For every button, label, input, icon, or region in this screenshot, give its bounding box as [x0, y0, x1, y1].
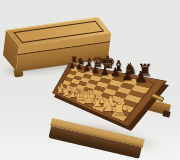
piece-black-pawn-d7[interactable]: ♟ [91, 65, 100, 75]
piece-black-pawn-h7[interactable]: ♟ [134, 70, 148, 85]
piece-white-rook-h1[interactable]: ♜ [111, 101, 127, 118]
piece-black-pawn-b7[interactable]: ♟ [75, 63, 82, 71]
lower-box-foot [162, 110, 170, 118]
piece-black-pawn-e7[interactable]: ♟ [100, 66, 109, 77]
piece-black-pawn-c7[interactable]: ♟ [83, 64, 91, 73]
piece-black-pawn-f7[interactable]: ♟ [110, 67, 121, 79]
scene: ♜♞♝♛♚♝♞♜♟♟♟♟♟♟♟♟♟♟♟♟♟♟♟♟♜♞♝♛♚♝♞♜ [0, 0, 180, 160]
piece-black-pawn-a7[interactable]: ♟ [69, 62, 75, 69]
piece-black-pawn-g7[interactable]: ♟ [121, 69, 133, 82]
